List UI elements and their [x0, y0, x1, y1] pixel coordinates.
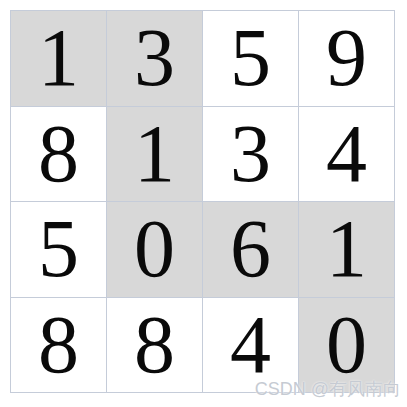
grid-cell-r3c1: 8	[107, 298, 202, 393]
grid-cell-r1c1: 1	[107, 107, 202, 202]
grid-cell-r1c0: 8	[11, 107, 106, 202]
grid-cell-r3c3: 0	[299, 298, 394, 393]
number-grid-board: 1359813450618840	[10, 10, 395, 393]
grid-cell-r1c2: 3	[203, 107, 298, 202]
grid-cell-r3c0: 8	[11, 298, 106, 393]
grid-cell-r2c2: 6	[203, 202, 298, 297]
grid-cell-r0c1: 3	[107, 11, 202, 106]
grid-cell-r2c0: 5	[11, 202, 106, 297]
grid-cell-r2c1: 0	[107, 202, 202, 297]
grid-cell-r3c2: 4	[203, 298, 298, 393]
grid-cell-r0c2: 5	[203, 11, 298, 106]
grid-cell-r0c3: 9	[299, 11, 394, 106]
grid-cell-r2c3: 1	[299, 202, 394, 297]
grid-cell-r1c3: 4	[299, 107, 394, 202]
grid-cell-r0c0: 1	[11, 11, 106, 106]
